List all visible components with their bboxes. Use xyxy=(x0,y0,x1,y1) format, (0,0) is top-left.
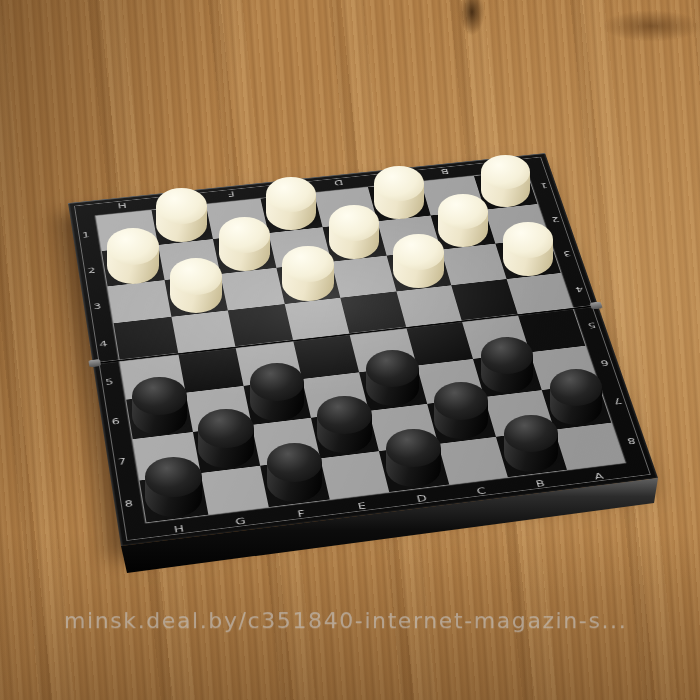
square-C2 xyxy=(377,215,441,255)
label-right-1: 1 xyxy=(539,182,549,190)
square-A8 xyxy=(554,422,625,469)
square-H8 xyxy=(140,473,208,523)
square-F8 xyxy=(260,458,329,507)
label-right-6: 6 xyxy=(599,358,609,367)
label-top-G: G xyxy=(172,195,183,203)
scene-wooden-table: HGFEDCBAHGFEDCBA1234567812345678 minsk.d… xyxy=(0,0,700,700)
label-left-8: 8 xyxy=(124,498,134,508)
label-bottom-A: A xyxy=(593,471,604,481)
label-top-E: E xyxy=(281,184,290,192)
label-bottom-H: H xyxy=(173,523,185,533)
square-A5 xyxy=(517,309,585,352)
square-A3 xyxy=(495,238,561,279)
label-left-3: 3 xyxy=(93,302,102,311)
square-A7 xyxy=(541,383,611,429)
hinge-tab-left xyxy=(88,359,101,367)
label-bottom-G: G xyxy=(234,515,246,525)
square-C3 xyxy=(386,250,451,292)
label-top-A: A xyxy=(492,162,502,170)
label-bottom-E: E xyxy=(356,500,366,510)
label-right-5: 5 xyxy=(587,321,597,330)
label-left-6: 6 xyxy=(111,416,121,426)
label-bottom-F: F xyxy=(296,508,306,518)
label-right-8: 8 xyxy=(626,436,637,446)
label-bottom-D: D xyxy=(415,493,427,503)
label-left-2: 2 xyxy=(87,266,96,275)
label-top-H: H xyxy=(117,201,127,209)
label-right-4: 4 xyxy=(574,285,584,294)
square-A6 xyxy=(529,345,598,390)
label-left-5: 5 xyxy=(105,377,114,386)
square-D2 xyxy=(323,221,387,262)
hinge-tab-right xyxy=(590,302,603,310)
label-top-C: C xyxy=(387,173,397,181)
square-C1 xyxy=(368,182,431,221)
label-right-7: 7 xyxy=(612,396,623,405)
label-top-B: B xyxy=(440,167,450,175)
square-A2 xyxy=(484,204,549,244)
label-right-2: 2 xyxy=(550,215,560,223)
square-G8 xyxy=(200,465,269,514)
label-bottom-B: B xyxy=(534,478,545,488)
checkers-board: HGFEDCBAHGFEDCBA1234567812345678 xyxy=(68,153,658,546)
label-right-3: 3 xyxy=(562,250,572,258)
square-A1 xyxy=(474,171,538,210)
watermark-url: minsk.deal.by/c351840-internet-magazin-s… xyxy=(64,608,627,633)
label-left-1: 1 xyxy=(82,231,91,239)
label-left-7: 7 xyxy=(117,456,127,466)
label-top-F: F xyxy=(227,190,235,198)
square-D8 xyxy=(379,444,449,492)
label-left-4: 4 xyxy=(99,339,108,348)
square-E8 xyxy=(320,451,390,500)
play-area xyxy=(96,171,625,523)
label-top-D: D xyxy=(333,178,344,186)
label-bottom-C: C xyxy=(475,485,486,495)
